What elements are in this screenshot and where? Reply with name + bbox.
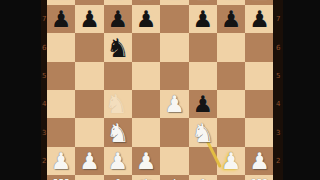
rank-label-7: 7 [276,16,280,23]
square-a4[interactable] [47,90,75,118]
square-g1[interactable] [217,175,245,180]
square-c2[interactable]: ♟ [104,147,132,175]
square-c7[interactable]: ♟ [104,5,132,33]
black-pawn-f7[interactable]: ♟ [192,5,213,33]
ghost-white-knight-c4: ♞ [105,90,128,118]
white-rook-a1[interactable]: ♜ [50,175,73,180]
square-h6[interactable] [245,33,273,61]
white-bishop-c1[interactable]: ♝ [106,175,129,180]
white-pawn-a2[interactable]: ♟ [51,147,72,175]
square-f3[interactable]: ♞ [189,118,217,146]
chess-app-frame: ♜♝♛♚♝♞♜♟♟♟♟♟♟♟♞♟♟♞♞♟♟♟♟♟♟♜♝♛♚♝♜♞ 765432 … [0,0,320,180]
square-d7[interactable]: ♟ [132,5,160,33]
square-e1[interactable]: ♚ [160,175,188,180]
black-pawn-b7[interactable]: ♟ [79,5,100,33]
square-b6[interactable] [75,33,103,61]
white-pawn-b2[interactable]: ♟ [79,147,100,175]
white-pawn-d2[interactable]: ♟ [136,147,157,175]
square-f1[interactable]: ♝ [189,175,217,180]
square-a3[interactable] [47,118,75,146]
square-a6[interactable] [47,33,75,61]
square-g4[interactable] [217,90,245,118]
white-pawn-g2[interactable]: ♟ [221,147,242,175]
square-f4[interactable]: ♟ [189,90,217,118]
white-knight-c3[interactable]: ♞ [106,119,129,147]
black-pawn-h7[interactable]: ♟ [249,5,270,33]
black-pawn-c7[interactable]: ♟ [108,5,129,33]
square-h3[interactable] [245,118,273,146]
rank-label-5: 5 [42,72,46,79]
rank-strip-left: 765432 [41,0,47,180]
black-bishop-c8[interactable]: ♝ [106,0,129,5]
square-b5[interactable] [75,62,103,90]
square-h2[interactable]: ♟ [245,147,273,175]
square-c6[interactable]: ♞ [104,33,132,61]
square-d5[interactable] [132,62,160,90]
square-g7[interactable]: ♟ [217,5,245,33]
square-a7[interactable]: ♟ [47,5,75,33]
square-b3[interactable] [75,118,103,146]
black-rook-h8[interactable]: ♜ [248,0,271,5]
square-e8[interactable]: ♚ [160,0,188,5]
square-d1[interactable]: ♛ [132,175,160,180]
white-pawn-e4[interactable]: ♟ [164,90,185,118]
rank-label-2: 2 [42,157,46,164]
square-b7[interactable]: ♟ [75,5,103,33]
white-rook-h1[interactable]: ♜ [248,175,271,180]
square-a2[interactable]: ♟ [47,147,75,175]
square-c5[interactable] [104,62,132,90]
square-e3[interactable] [160,118,188,146]
white-bishop-f1[interactable]: ♝ [191,175,214,180]
rank-label-5: 5 [276,72,280,79]
square-e4[interactable]: ♟ [160,90,188,118]
square-f6[interactable] [189,33,217,61]
rank-label-2: 2 [276,157,280,164]
square-g2[interactable]: ♟ [217,147,245,175]
letterbox-left [0,0,41,180]
white-pawn-c2[interactable]: ♟ [108,147,129,175]
square-f7[interactable]: ♟ [189,5,217,33]
square-a1[interactable]: ♜ [47,175,75,180]
square-a5[interactable] [47,62,75,90]
square-d6[interactable] [132,33,160,61]
square-d3[interactable] [132,118,160,146]
black-rook-a8[interactable]: ♜ [50,0,73,5]
square-e5[interactable] [160,62,188,90]
chess-board: ♜♝♛♚♝♞♜♟♟♟♟♟♟♟♞♟♟♞♞♟♟♟♟♟♟♜♝♛♚♝♜♞ [47,0,274,180]
letterbox-right [283,0,320,180]
black-king-e8[interactable]: ♚ [163,0,186,5]
square-d2[interactable]: ♟ [132,147,160,175]
square-h1[interactable]: ♜ [245,175,273,180]
square-g6[interactable] [217,33,245,61]
rank-label-7: 7 [42,16,46,23]
square-d4[interactable] [132,90,160,118]
square-h4[interactable] [245,90,273,118]
square-h5[interactable] [245,62,273,90]
black-queen-d8[interactable]: ♛ [134,0,157,5]
square-e2[interactable] [160,147,188,175]
square-b1[interactable] [75,175,103,180]
rank-label-4: 4 [276,101,280,108]
black-knight-c6[interactable]: ♞ [106,34,129,62]
black-pawn-g7[interactable]: ♟ [221,5,242,33]
rank-label-3: 3 [276,129,280,136]
white-queen-d1[interactable]: ♛ [134,175,157,180]
black-pawn-f4[interactable]: ♟ [192,90,213,118]
black-pawn-a7[interactable]: ♟ [51,5,72,33]
rank-label-4: 4 [42,101,46,108]
rank-strip-right: 765432 [273,0,283,180]
white-knight-f3[interactable]: ♞ [191,119,214,147]
square-e6[interactable] [160,33,188,61]
square-b2[interactable]: ♟ [75,147,103,175]
white-king-e1[interactable]: ♚ [163,175,186,180]
rank-label-6: 6 [276,44,280,51]
square-c3[interactable]: ♞ [104,118,132,146]
square-h7[interactable]: ♟ [245,5,273,33]
square-f5[interactable] [189,62,217,90]
square-b4[interactable] [75,90,103,118]
rank-label-6: 6 [42,44,46,51]
black-pawn-d7[interactable]: ♟ [136,5,157,33]
white-pawn-h2[interactable]: ♟ [249,147,270,175]
black-knight-g8[interactable]: ♞ [219,0,242,5]
black-bishop-f8[interactable]: ♝ [191,0,214,5]
square-g3[interactable] [217,118,245,146]
rank-label-3: 3 [42,129,46,136]
square-g5[interactable] [217,62,245,90]
square-e7[interactable] [160,5,188,33]
square-c1[interactable]: ♝ [104,175,132,180]
